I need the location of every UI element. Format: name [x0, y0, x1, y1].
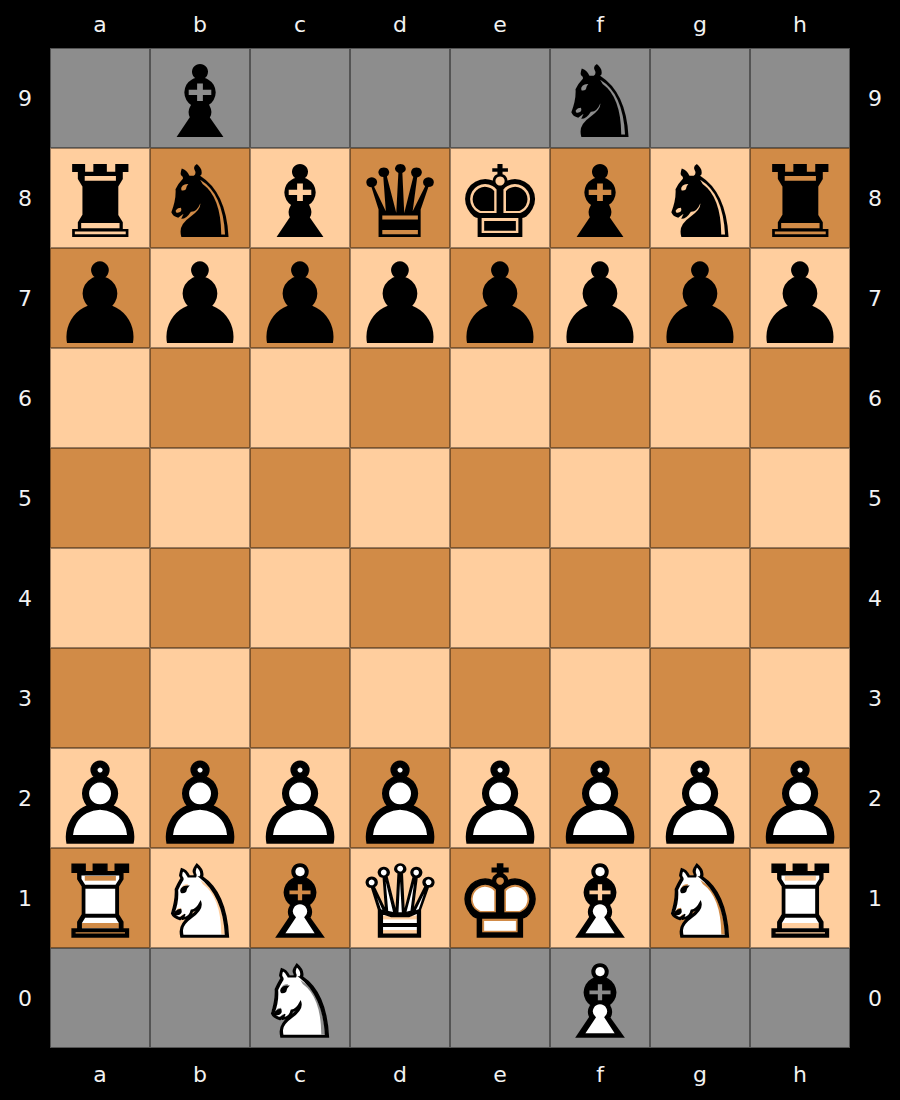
file-label-bottom-b: b: [150, 1048, 250, 1100]
rank-label-left-1: 1: [0, 848, 50, 948]
piece-glyph: ♙: [550, 748, 650, 860]
square-g9[interactable]: [650, 48, 750, 148]
piece-glyph: ♟: [550, 748, 650, 860]
square-e6[interactable]: [450, 348, 550, 448]
square-e0[interactable]: [450, 948, 550, 1048]
white-king[interactable]: ♚♔: [450, 848, 550, 948]
square-d4[interactable]: [350, 548, 450, 648]
square-a4[interactable]: [50, 548, 150, 648]
white-knight[interactable]: ♞♘: [650, 848, 750, 948]
square-a2[interactable]: ♟♙: [50, 748, 150, 848]
piece-glyph: ♘: [255, 953, 345, 1053]
square-b2[interactable]: ♟♙: [150, 748, 250, 848]
piece-glyph: ♗: [555, 853, 645, 953]
square-g2[interactable]: ♟♙: [650, 748, 750, 848]
black-knight[interactable]: ♞: [150, 148, 250, 248]
square-f8[interactable]: ♝: [550, 148, 650, 248]
file-label-top-e: e: [450, 0, 550, 48]
square-c1[interactable]: ♝♗: [250, 848, 350, 948]
piece-glyph: ♞: [555, 53, 645, 153]
rank-label-left-6: 6: [0, 348, 50, 448]
black-bishop[interactable]: ♝: [550, 148, 650, 248]
black-pawn[interactable]: ♟: [450, 248, 550, 348]
square-a3[interactable]: [50, 648, 150, 748]
white-pawn[interactable]: ♟♙: [550, 748, 650, 848]
rank-label-left-5: 5: [0, 448, 50, 548]
square-h8[interactable]: ♜: [750, 148, 850, 248]
square-h3[interactable]: [750, 648, 850, 748]
piece-glyph: ♟: [250, 248, 350, 360]
rank-label-right-7: 7: [850, 248, 900, 348]
rank-labels-right: 9876543210: [850, 48, 900, 1048]
black-queen[interactable]: ♛: [350, 148, 450, 248]
file-label-top-b: b: [150, 0, 250, 48]
square-h7[interactable]: ♟: [750, 248, 850, 348]
file-label-bottom-e: e: [450, 1048, 550, 1100]
square-b8[interactable]: ♞: [150, 148, 250, 248]
square-g0[interactable]: [650, 948, 750, 1048]
file-label-top-a: a: [50, 0, 150, 48]
file-label-bottom-d: d: [350, 1048, 450, 1100]
piece-glyph: ♟: [750, 748, 850, 860]
piece-glyph: ♟: [150, 248, 250, 360]
white-pawn[interactable]: ♟♙: [650, 748, 750, 848]
chess-board: ♝♞♜♞♝♛♚♝♞♜♟♟♟♟♟♟♟♟♟♙♟♙♟♙♟♙♟♙♟♙♟♙♟♙♜♖♞♘♝♗…: [50, 48, 850, 1048]
piece-glyph: ♔: [455, 853, 545, 953]
piece-glyph: ♞: [155, 153, 245, 253]
rank-label-left-8: 8: [0, 148, 50, 248]
file-label-bottom-f: f: [550, 1048, 650, 1100]
piece-glyph: ♟: [50, 248, 150, 360]
square-b3[interactable]: [150, 648, 250, 748]
square-h4[interactable]: [750, 548, 850, 648]
rank-label-left-9: 9: [0, 48, 50, 148]
file-label-bottom-a: a: [50, 1048, 150, 1100]
piece-glyph: ♙: [50, 748, 150, 860]
square-b1[interactable]: ♞♘: [150, 848, 250, 948]
piece-glyph: ♞: [655, 153, 745, 253]
square-a8[interactable]: ♜: [50, 148, 150, 248]
square-c9[interactable]: [250, 48, 350, 148]
black-bishop[interactable]: ♝: [150, 48, 250, 148]
piece-glyph: ♙: [650, 748, 750, 860]
piece-glyph: ♝: [155, 53, 245, 153]
piece-glyph: ♚: [455, 153, 545, 253]
square-b4[interactable]: [150, 548, 250, 648]
piece-glyph: ♟: [50, 748, 150, 860]
square-f4[interactable]: [550, 548, 650, 648]
square-h2[interactable]: ♟♙: [750, 748, 850, 848]
rank-label-right-4: 4: [850, 548, 900, 648]
square-b0[interactable]: [150, 948, 250, 1048]
file-label-top-d: d: [350, 0, 450, 48]
rank-label-right-5: 5: [850, 448, 900, 548]
piece-glyph: ♗: [555, 953, 645, 1053]
file-label-bottom-h: h: [750, 1048, 850, 1100]
rank-label-left-7: 7: [0, 248, 50, 348]
square-c8[interactable]: ♝: [250, 148, 350, 248]
square-g8[interactable]: ♞: [650, 148, 750, 248]
square-d1[interactable]: ♛♕: [350, 848, 450, 948]
piece-glyph: ♞: [655, 853, 745, 953]
rank-label-right-8: 8: [850, 148, 900, 248]
square-c6[interactable]: [250, 348, 350, 448]
square-e4[interactable]: [450, 548, 550, 648]
square-e9[interactable]: [450, 48, 550, 148]
file-label-top-h: h: [750, 0, 850, 48]
square-f6[interactable]: [550, 348, 650, 448]
square-h5[interactable]: [750, 448, 850, 548]
square-a5[interactable]: [50, 448, 150, 548]
rank-label-left-4: 4: [0, 548, 50, 648]
file-label-bottom-g: g: [650, 1048, 750, 1100]
piece-glyph: ♖: [55, 853, 145, 953]
square-c2[interactable]: ♟♙: [250, 748, 350, 848]
square-c7[interactable]: ♟: [250, 248, 350, 348]
square-d9[interactable]: [350, 48, 450, 148]
black-rook[interactable]: ♜: [50, 148, 150, 248]
black-rook[interactable]: ♜: [750, 148, 850, 248]
black-pawn[interactable]: ♟: [750, 248, 850, 348]
square-g6[interactable]: [650, 348, 750, 448]
rank-label-right-9: 9: [850, 48, 900, 148]
square-d5[interactable]: [350, 448, 450, 548]
piece-glyph: ♟: [250, 748, 350, 860]
chessboard-stage: abcdefgh abcdefgh 9876543210 9876543210 …: [0, 0, 900, 1100]
white-pawn[interactable]: ♟♙: [50, 748, 150, 848]
piece-glyph: ♘: [655, 853, 745, 953]
piece-glyph: ♟: [750, 248, 850, 360]
square-f0[interactable]: ♝♗: [550, 948, 650, 1048]
rank-label-right-0: 0: [850, 948, 900, 1048]
square-h1[interactable]: ♜♖: [750, 848, 850, 948]
black-pawn[interactable]: ♟: [650, 248, 750, 348]
piece-glyph: ♙: [350, 748, 450, 860]
file-labels-top: abcdefgh: [50, 0, 850, 48]
piece-glyph: ♛: [355, 853, 445, 953]
square-e5[interactable]: [450, 448, 550, 548]
piece-glyph: ♞: [155, 853, 245, 953]
white-knight[interactable]: ♞♘: [250, 948, 350, 1048]
piece-glyph: ♟: [350, 248, 450, 360]
piece-glyph: ♙: [250, 748, 350, 860]
rank-label-right-2: 2: [850, 748, 900, 848]
file-label-bottom-c: c: [250, 1048, 350, 1100]
piece-glyph: ♛: [355, 153, 445, 253]
rank-labels-left: 9876543210: [0, 48, 50, 1048]
piece-glyph: ♜: [755, 853, 845, 953]
white-bishop[interactable]: ♝♗: [550, 948, 650, 1048]
square-h6[interactable]: [750, 348, 850, 448]
black-pawn[interactable]: ♟: [50, 248, 150, 348]
square-a1[interactable]: ♜♖: [50, 848, 150, 948]
piece-glyph: ♝: [555, 953, 645, 1053]
black-pawn[interactable]: ♟: [350, 248, 450, 348]
square-e1[interactable]: ♚♔: [450, 848, 550, 948]
file-label-top-c: c: [250, 0, 350, 48]
black-knight[interactable]: ♞: [550, 48, 650, 148]
file-labels-bottom: abcdefgh: [50, 1048, 850, 1100]
piece-glyph: ♚: [455, 853, 545, 953]
rank-label-right-3: 3: [850, 648, 900, 748]
piece-glyph: ♟: [350, 748, 450, 860]
square-g3[interactable]: [650, 648, 750, 748]
piece-glyph: ♕: [355, 853, 445, 953]
white-pawn[interactable]: ♟♙: [350, 748, 450, 848]
white-bishop[interactable]: ♝♗: [550, 848, 650, 948]
square-f1[interactable]: ♝♗: [550, 848, 650, 948]
square-g4[interactable]: [650, 548, 750, 648]
square-c5[interactable]: [250, 448, 350, 548]
white-knight[interactable]: ♞♘: [150, 848, 250, 948]
file-label-top-f: f: [550, 0, 650, 48]
square-f2[interactable]: ♟♙: [550, 748, 650, 848]
white-pawn[interactable]: ♟♙: [250, 748, 350, 848]
square-c3[interactable]: [250, 648, 350, 748]
square-g7[interactable]: ♟: [650, 248, 750, 348]
piece-glyph: ♜: [755, 153, 845, 253]
piece-glyph: ♝: [555, 153, 645, 253]
square-d6[interactable]: [350, 348, 450, 448]
square-b9[interactable]: ♝: [150, 48, 250, 148]
piece-glyph: ♗: [255, 853, 345, 953]
piece-glyph: ♜: [55, 153, 145, 253]
piece-glyph: ♙: [450, 748, 550, 860]
square-b6[interactable]: [150, 348, 250, 448]
rank-label-right-6: 6: [850, 348, 900, 448]
piece-glyph: ♟: [650, 748, 750, 860]
square-h0[interactable]: [750, 948, 850, 1048]
piece-glyph: ♟: [150, 748, 250, 860]
white-queen[interactable]: ♛♕: [350, 848, 450, 948]
black-knight[interactable]: ♞: [650, 148, 750, 248]
rank-label-left-3: 3: [0, 648, 50, 748]
square-f3[interactable]: [550, 648, 650, 748]
square-e2[interactable]: ♟♙: [450, 748, 550, 848]
piece-glyph: ♝: [255, 153, 345, 253]
square-a7[interactable]: ♟: [50, 248, 150, 348]
square-f5[interactable]: [550, 448, 650, 548]
black-pawn[interactable]: ♟: [550, 248, 650, 348]
square-d8[interactable]: ♛: [350, 148, 450, 248]
white-bishop[interactable]: ♝♗: [250, 848, 350, 948]
square-a6[interactable]: [50, 348, 150, 448]
piece-glyph: ♙: [750, 748, 850, 860]
rank-label-left-2: 2: [0, 748, 50, 848]
square-b7[interactable]: ♟: [150, 248, 250, 348]
square-h9[interactable]: [750, 48, 850, 148]
square-g1[interactable]: ♞♘: [650, 848, 750, 948]
black-king[interactable]: ♚: [450, 148, 550, 248]
square-e3[interactable]: [450, 648, 550, 748]
piece-glyph: ♝: [555, 853, 645, 953]
square-f9[interactable]: ♞: [550, 48, 650, 148]
piece-glyph: ♜: [55, 853, 145, 953]
piece-glyph: ♝: [255, 853, 345, 953]
piece-glyph: ♙: [150, 748, 250, 860]
piece-glyph: ♟: [650, 248, 750, 360]
white-rook[interactable]: ♜♖: [750, 848, 850, 948]
square-b5[interactable]: [150, 448, 250, 548]
square-d0[interactable]: [350, 948, 450, 1048]
rank-label-left-0: 0: [0, 948, 50, 1048]
square-g5[interactable]: [650, 448, 750, 548]
square-d3[interactable]: [350, 648, 450, 748]
white-rook[interactable]: ♜♖: [50, 848, 150, 948]
piece-glyph: ♟: [450, 748, 550, 860]
square-f7[interactable]: ♟: [550, 248, 650, 348]
square-e8[interactable]: ♚: [450, 148, 550, 248]
piece-glyph: ♟: [550, 248, 650, 360]
square-c4[interactable]: [250, 548, 350, 648]
piece-glyph: ♖: [755, 853, 845, 953]
black-pawn[interactable]: ♟: [150, 248, 250, 348]
white-pawn[interactable]: ♟♙: [750, 748, 850, 848]
black-pawn[interactable]: ♟: [250, 248, 350, 348]
piece-glyph: ♞: [255, 953, 345, 1053]
file-label-top-g: g: [650, 0, 750, 48]
piece-glyph: ♘: [155, 853, 245, 953]
square-d7[interactable]: ♟: [350, 248, 450, 348]
piece-glyph: ♟: [450, 248, 550, 360]
white-pawn[interactable]: ♟♙: [450, 748, 550, 848]
square-c0[interactable]: ♞♘: [250, 948, 350, 1048]
black-bishop[interactable]: ♝: [250, 148, 350, 248]
square-a0[interactable]: [50, 948, 150, 1048]
white-pawn[interactable]: ♟♙: [150, 748, 250, 848]
square-a9[interactable]: [50, 48, 150, 148]
square-e7[interactable]: ♟: [450, 248, 550, 348]
rank-label-right-1: 1: [850, 848, 900, 948]
square-d2[interactable]: ♟♙: [350, 748, 450, 848]
